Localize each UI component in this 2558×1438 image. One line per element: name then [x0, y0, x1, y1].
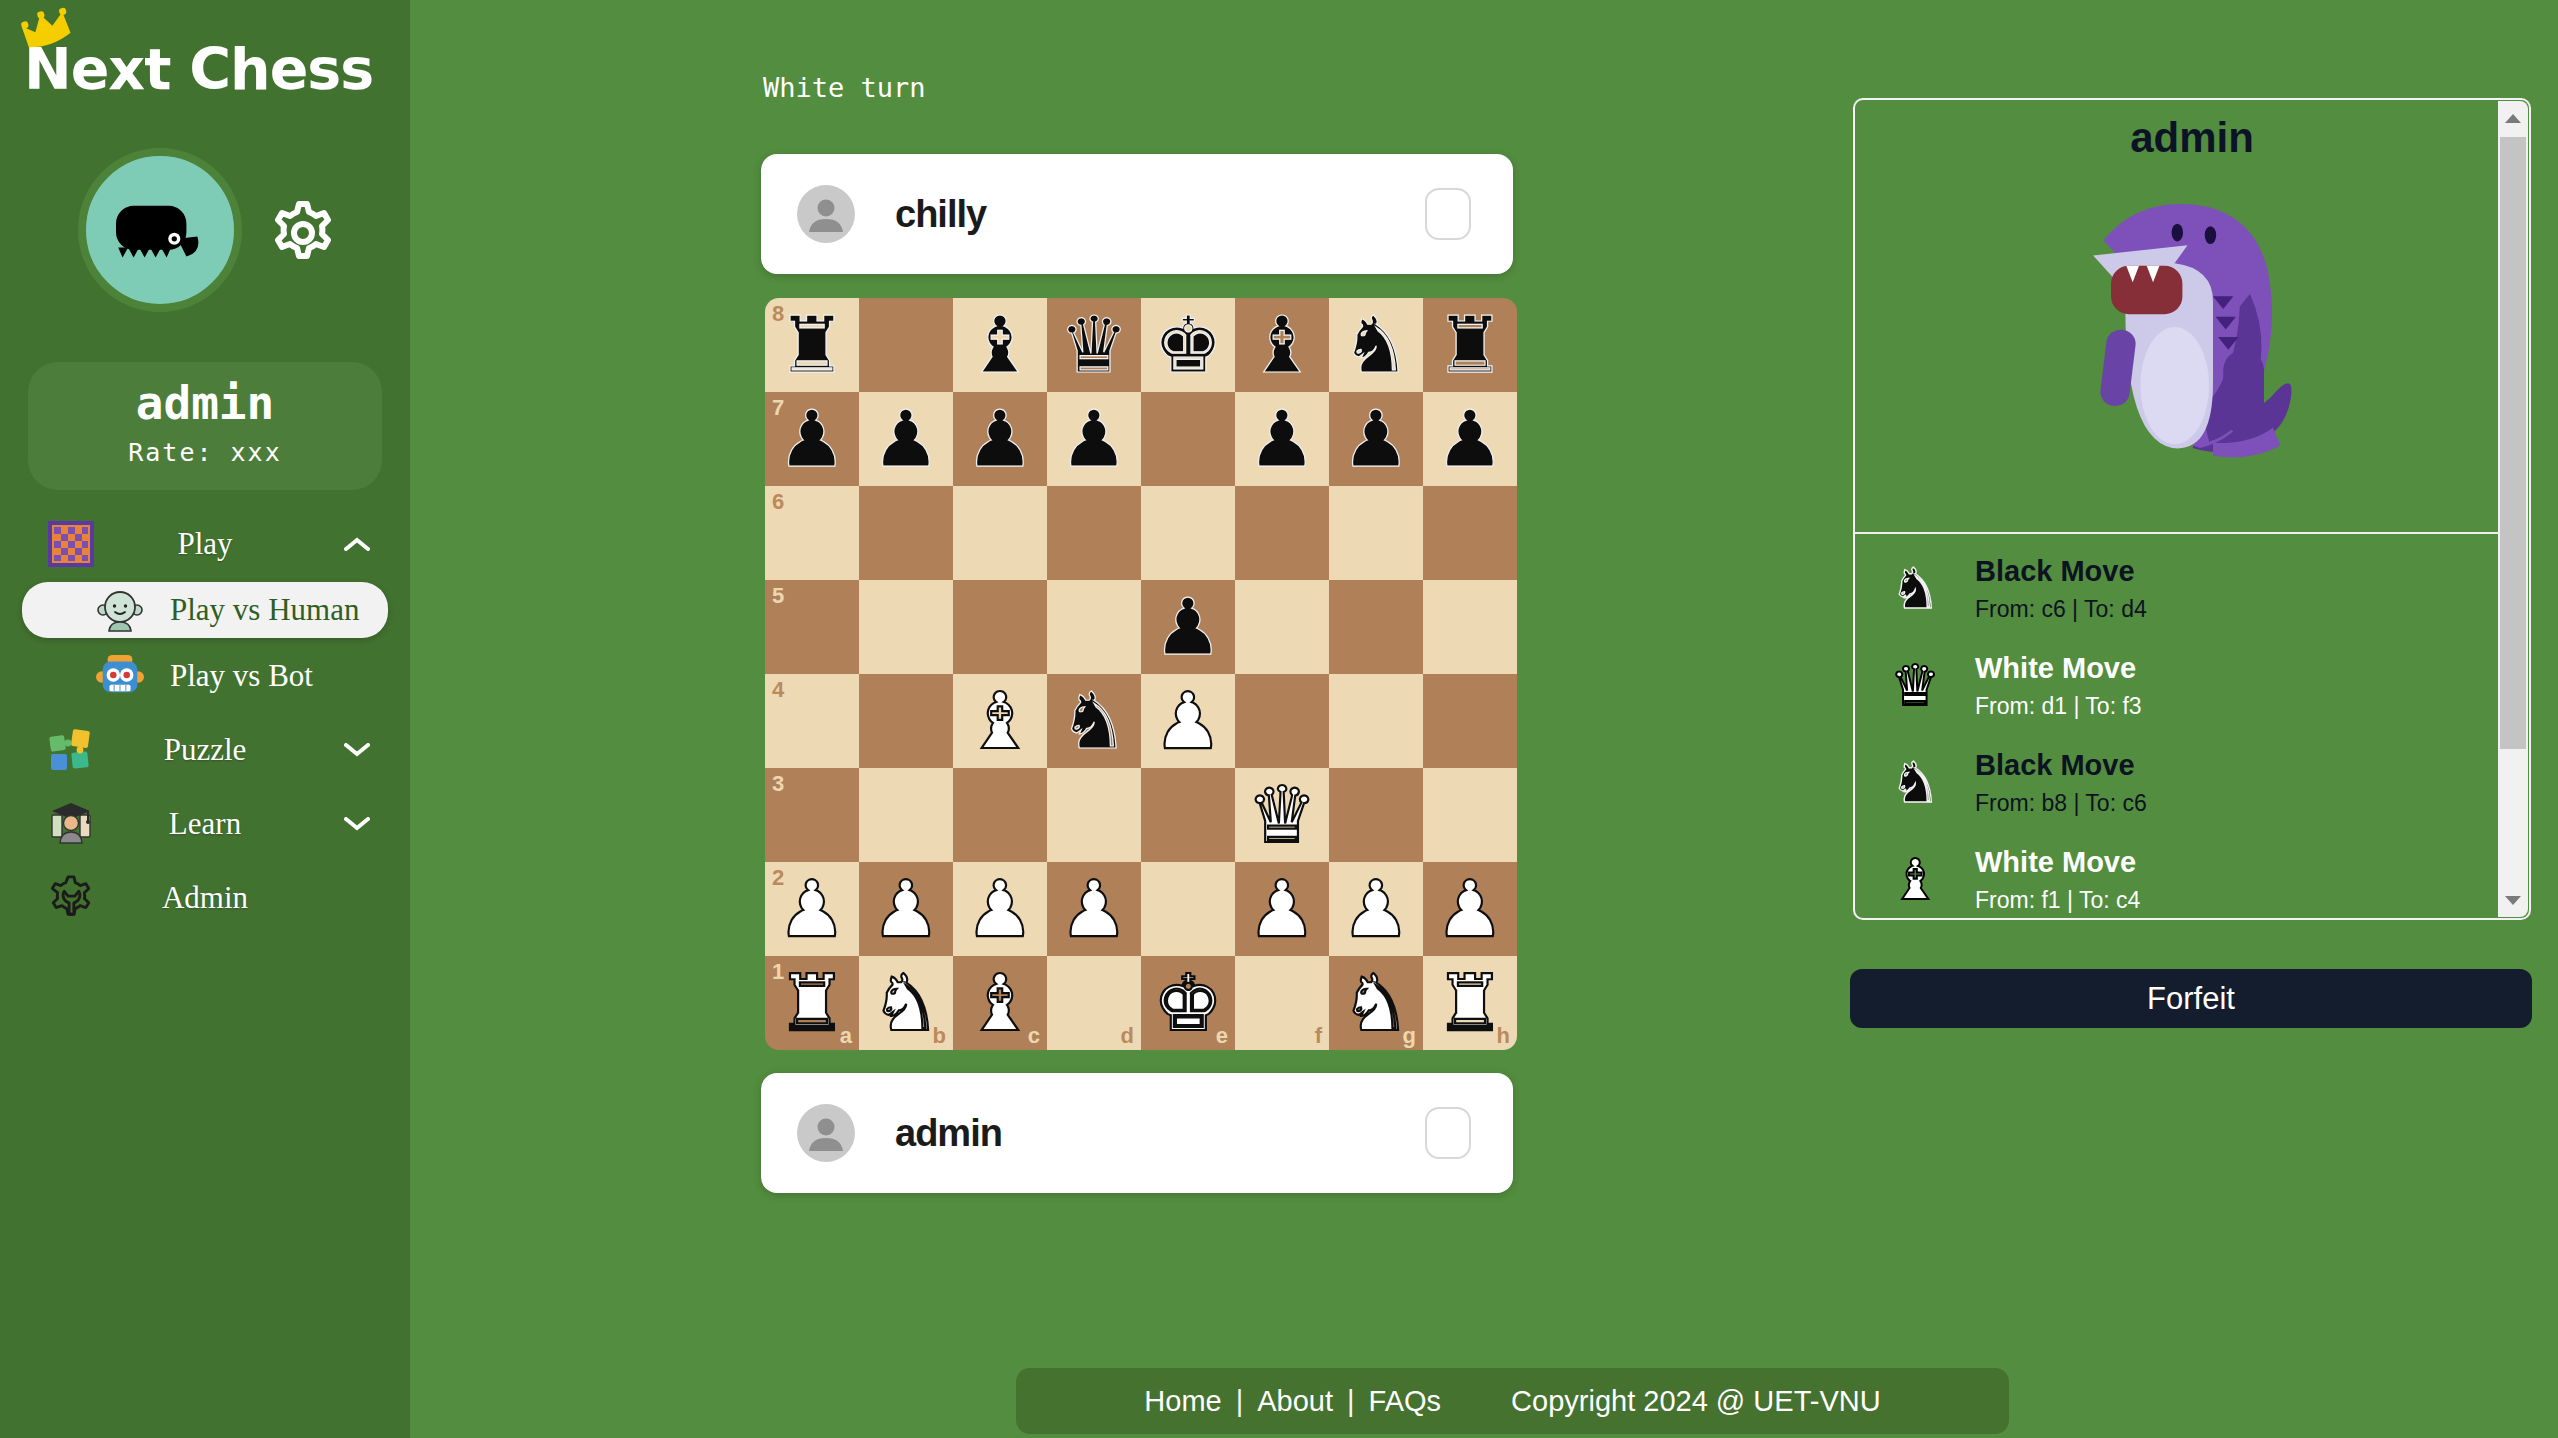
- piece-white-rook[interactable]: ♜: [777, 956, 847, 1050]
- square-h2[interactable]: ♟: [1423, 862, 1517, 956]
- self-name: admin: [895, 1112, 1002, 1155]
- square-c5[interactable]: [953, 580, 1047, 674]
- square-g8[interactable]: ♞: [1329, 298, 1423, 392]
- piece-black-pawn[interactable]: ♟: [1435, 392, 1505, 486]
- footer: Home | About | FAQs Copyright 2024 @ UET…: [1016, 1368, 2009, 1434]
- app-logo[interactable]: Next Chess: [24, 36, 404, 102]
- square-f4[interactable]: [1235, 674, 1329, 768]
- black-knight-icon: ♞: [1890, 559, 1940, 619]
- rank-label: 7: [772, 395, 784, 421]
- rank-label: 4: [772, 677, 784, 703]
- square-d6[interactable]: [1047, 486, 1141, 580]
- piece-white-bishop[interactable]: ♝: [965, 956, 1035, 1050]
- sidebar: Next Chess admin Rate: xxx: [0, 0, 410, 1438]
- sidebar-item-play[interactable]: Play: [0, 514, 410, 574]
- square-g4[interactable]: [1329, 674, 1423, 768]
- square-e2[interactable]: [1141, 862, 1235, 956]
- move-detail: From: f1 | To: c4: [1975, 887, 2140, 914]
- game-info-panel: admin ♞ Black Move From: c6 | To: [1853, 98, 2531, 920]
- square-d3[interactable]: [1047, 768, 1141, 862]
- square-h4[interactable]: [1423, 674, 1517, 768]
- square-e6[interactable]: [1141, 486, 1235, 580]
- piece-black-pawn[interactable]: ♟: [1059, 392, 1129, 486]
- square-d4[interactable]: ♞: [1047, 674, 1141, 768]
- square-f7[interactable]: ♟: [1235, 392, 1329, 486]
- move-detail: From: b8 | To: c6: [1975, 790, 2147, 817]
- square-b6[interactable]: [859, 486, 953, 580]
- piece-white-pawn[interactable]: ♟: [1247, 862, 1317, 956]
- piece-white-knight[interactable]: ♞: [871, 956, 941, 1050]
- settings-gear-icon[interactable]: [270, 198, 336, 268]
- square-b3[interactable]: [859, 768, 953, 862]
- sidebar-item-play-vs-human-label: Play vs Human: [170, 592, 359, 628]
- panel-divider: [1855, 532, 2500, 534]
- footer-link-about[interactable]: About: [1257, 1385, 1333, 1418]
- footer-separator: |: [1236, 1385, 1244, 1418]
- rank-label: 1: [772, 959, 784, 985]
- file-label: d: [1121, 1023, 1134, 1049]
- piece-black-bishop[interactable]: ♝: [965, 298, 1035, 392]
- square-g6[interactable]: [1329, 486, 1423, 580]
- avatar: [797, 185, 855, 243]
- square-c1[interactable]: c♝: [953, 956, 1047, 1050]
- footer-link-home[interactable]: Home: [1144, 1385, 1221, 1418]
- sidebar-item-admin[interactable]: Admin: [0, 868, 410, 928]
- chevron-down-icon: [344, 743, 370, 757]
- square-c7[interactable]: ♟: [953, 392, 1047, 486]
- square-a2[interactable]: 2♟: [765, 862, 859, 956]
- puzzle-icon: [48, 727, 94, 773]
- piece-white-pawn[interactable]: ♟: [1153, 674, 1223, 768]
- panel-scrollbar[interactable]: [2498, 101, 2528, 917]
- self-ready-checkbox[interactable]: [1425, 1107, 1471, 1159]
- piece-white-bishop[interactable]: ♝: [965, 674, 1035, 768]
- sidebar-item-play-vs-bot[interactable]: Play vs Bot: [0, 646, 410, 706]
- square-c3[interactable]: [953, 768, 1047, 862]
- piece-white-queen[interactable]: ♛: [1247, 768, 1317, 862]
- square-b2[interactable]: ♟: [859, 862, 953, 956]
- piece-black-knight[interactable]: ♞: [1059, 674, 1129, 768]
- square-c2[interactable]: ♟: [953, 862, 1047, 956]
- sidebar-item-learn[interactable]: Learn: [0, 794, 410, 854]
- rank-label: 5: [772, 583, 784, 609]
- sidebar-username: admin: [28, 376, 382, 430]
- square-g5[interactable]: [1329, 580, 1423, 674]
- piece-white-pawn[interactable]: ♟: [965, 862, 1035, 956]
- square-e3[interactable]: [1141, 768, 1235, 862]
- piece-white-pawn[interactable]: ♟: [1059, 862, 1129, 956]
- square-e8[interactable]: ♚: [1141, 298, 1235, 392]
- piece-black-queen[interactable]: ♛: [1059, 298, 1129, 392]
- piece-black-pawn[interactable]: ♟: [1153, 580, 1223, 674]
- piece-black-pawn[interactable]: ♟: [1247, 392, 1317, 486]
- move-title: Black Move: [1975, 749, 2147, 782]
- move-title: White Move: [1975, 846, 2140, 879]
- square-d2[interactable]: ♟: [1047, 862, 1141, 956]
- square-d8[interactable]: ♛: [1047, 298, 1141, 392]
- square-f5[interactable]: [1235, 580, 1329, 674]
- square-a8[interactable]: 8♜: [765, 298, 859, 392]
- learn-icon: [48, 801, 94, 847]
- piece-white-pawn[interactable]: ♟: [777, 862, 847, 956]
- square-b5[interactable]: [859, 580, 953, 674]
- rank-label: 3: [772, 771, 784, 797]
- move-list-item: ♝ White Move From: f1 | To: c4: [1855, 831, 2500, 928]
- move-detail: From: c6 | To: d4: [1975, 596, 2147, 623]
- file-label: f: [1315, 1023, 1322, 1049]
- sidebar-menu: Play Play vs Human: [0, 514, 410, 928]
- gear-wrench-icon: [48, 875, 94, 921]
- square-f2[interactable]: ♟: [1235, 862, 1329, 956]
- file-label: a: [840, 1023, 852, 1049]
- piece-black-knight[interactable]: ♞: [1341, 298, 1411, 392]
- piece-white-pawn[interactable]: ♟: [1435, 862, 1505, 956]
- white-queen-icon: ♛: [1890, 656, 1940, 716]
- human-icon: [96, 586, 144, 634]
- piece-black-pawn[interactable]: ♟: [777, 392, 847, 486]
- square-g3[interactable]: [1329, 768, 1423, 862]
- file-label: c: [1028, 1023, 1040, 1049]
- square-h3[interactable]: [1423, 768, 1517, 862]
- file-label: g: [1403, 1023, 1416, 1049]
- rank-label: 2: [772, 865, 784, 891]
- square-b7[interactable]: ♟: [859, 392, 953, 486]
- piece-white-pawn[interactable]: ♟: [1341, 862, 1411, 956]
- square-a7[interactable]: 7♟: [765, 392, 859, 486]
- scroll-up-icon[interactable]: [2498, 103, 2528, 133]
- square-c6[interactable]: [953, 486, 1047, 580]
- piece-white-king[interactable]: ♚: [1153, 956, 1223, 1050]
- move-title: Black Move: [1975, 555, 2147, 588]
- square-g2[interactable]: ♟: [1329, 862, 1423, 956]
- self-player-card: admin: [761, 1073, 1513, 1193]
- piece-black-king[interactable]: ♚: [1153, 298, 1223, 392]
- app-logo-text: Next Chess: [24, 36, 373, 102]
- piece-black-pawn[interactable]: ♟: [871, 392, 941, 486]
- square-a6[interactable]: 6: [765, 486, 859, 580]
- sidebar-item-play-vs-bot-label: Play vs Bot: [170, 658, 313, 694]
- chessboard-icon: [48, 521, 94, 567]
- file-label: h: [1497, 1023, 1510, 1049]
- square-b4[interactable]: [859, 674, 953, 768]
- chevron-down-icon: [344, 817, 370, 831]
- sidebar-user-card: admin Rate: xxx: [28, 362, 382, 490]
- square-e1[interactable]: e♚: [1141, 956, 1235, 1050]
- footer-separator: |: [1347, 1385, 1355, 1418]
- rank-label: 8: [772, 301, 784, 327]
- square-a3[interactable]: 3: [765, 768, 859, 862]
- page: { "app": { "logo_text": "Next Chess" }, …: [0, 0, 2558, 1438]
- avatar: [797, 1104, 855, 1162]
- file-label: b: [933, 1023, 946, 1049]
- shark-mascot-image: [2060, 180, 2315, 470]
- square-h6[interactable]: [1423, 486, 1517, 580]
- chess-board: 8♜♝♛♚♝♞♜7♟♟♟♟♟♟♟65♟4♝♞♟3♛2♟♟♟♟♟♟♟1a♜b♞c♝…: [765, 298, 1517, 1050]
- piece-white-rook[interactable]: ♜: [1435, 956, 1505, 1050]
- piece-black-rook[interactable]: ♜: [1435, 298, 1505, 392]
- square-c8[interactable]: ♝: [953, 298, 1047, 392]
- square-f3[interactable]: ♛: [1235, 768, 1329, 862]
- opponent-player-card: chilly: [761, 154, 1513, 274]
- turn-indicator: White turn: [763, 72, 926, 103]
- move-detail: From: d1 | To: f3: [1975, 693, 2142, 720]
- square-e4[interactable]: ♟: [1141, 674, 1235, 768]
- square-a5[interactable]: 5: [765, 580, 859, 674]
- square-b8[interactable]: [859, 298, 953, 392]
- square-h7[interactable]: ♟: [1423, 392, 1517, 486]
- square-f1[interactable]: f: [1235, 956, 1329, 1050]
- move-list-item: ♞ Black Move From: b8 | To: c6: [1855, 734, 2500, 831]
- piece-white-pawn[interactable]: ♟: [871, 862, 941, 956]
- forfeit-button[interactable]: Forfeit: [1850, 969, 2532, 1028]
- white-bishop-icon: ♝: [1890, 850, 1940, 910]
- square-h8[interactable]: ♜: [1423, 298, 1517, 392]
- piece-white-knight[interactable]: ♞: [1341, 956, 1411, 1050]
- footer-copyright: Copyright 2024 @ UET-VNU: [1511, 1385, 1881, 1418]
- piece-black-pawn[interactable]: ♟: [1341, 392, 1411, 486]
- move-list-item: ♞ Black Move From: c6 | To: d4: [1855, 540, 2500, 637]
- square-d5[interactable]: [1047, 580, 1141, 674]
- square-g1[interactable]: g♞: [1329, 956, 1423, 1050]
- square-f6[interactable]: [1235, 486, 1329, 580]
- opponent-ready-checkbox[interactable]: [1425, 188, 1471, 240]
- square-c4[interactable]: ♝: [953, 674, 1047, 768]
- sidebar-avatar[interactable]: [78, 148, 242, 312]
- square-g7[interactable]: ♟: [1329, 392, 1423, 486]
- square-f8[interactable]: ♝: [1235, 298, 1329, 392]
- piece-black-rook[interactable]: ♜: [777, 298, 847, 392]
- square-e5[interactable]: ♟: [1141, 580, 1235, 674]
- sidebar-item-puzzle[interactable]: Puzzle: [0, 720, 410, 780]
- panel-title: admin: [1855, 114, 2529, 162]
- scrollbar-thumb[interactable]: [2500, 137, 2526, 749]
- move-list-item: ♛ White Move From: d1 | To: f3: [1855, 637, 2500, 734]
- whale-icon: [100, 175, 220, 285]
- square-e7[interactable]: [1141, 392, 1235, 486]
- robot-icon: [96, 652, 144, 700]
- move-history-list: ♞ Black Move From: c6 | To: d4 ♛ White M…: [1855, 540, 2500, 928]
- chevron-up-icon: [344, 537, 370, 551]
- file-label: e: [1216, 1023, 1228, 1049]
- rank-label: 6: [772, 489, 784, 515]
- move-title: White Move: [1975, 652, 2142, 685]
- sidebar-user-rate: Rate: xxx: [28, 438, 382, 467]
- square-b1[interactable]: b♞: [859, 956, 953, 1050]
- black-knight-icon: ♞: [1890, 753, 1940, 813]
- footer-link-faqs[interactable]: FAQs: [1369, 1385, 1442, 1418]
- scroll-down-icon[interactable]: [2498, 885, 2528, 915]
- piece-black-pawn[interactable]: ♟: [965, 392, 1035, 486]
- opponent-name: chilly: [895, 193, 986, 236]
- square-h1[interactable]: h♜: [1423, 956, 1517, 1050]
- sidebar-item-play-vs-human[interactable]: Play vs Human: [22, 582, 388, 638]
- square-d1[interactable]: d: [1047, 956, 1141, 1050]
- square-h5[interactable]: [1423, 580, 1517, 674]
- square-a1[interactable]: 1a♜: [765, 956, 859, 1050]
- square-d7[interactable]: ♟: [1047, 392, 1141, 486]
- piece-black-bishop[interactable]: ♝: [1247, 298, 1317, 392]
- square-a4[interactable]: 4: [765, 674, 859, 768]
